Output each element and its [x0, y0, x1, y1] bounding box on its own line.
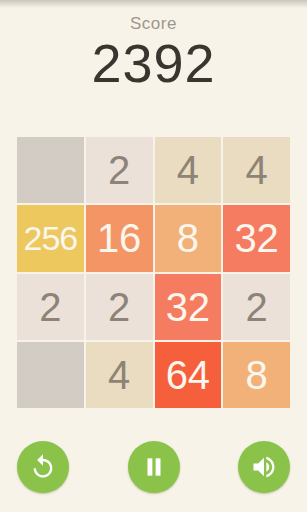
- sound-button[interactable]: [238, 441, 290, 493]
- score-label: Score: [0, 14, 307, 34]
- score-value: 2392: [0, 36, 307, 90]
- tile-4-r1c4: 4: [223, 137, 290, 203]
- volume-on-icon: [250, 453, 278, 481]
- tile-4-r1c3: 4: [155, 137, 222, 203]
- pause-icon: [141, 454, 167, 480]
- tile-8-r2c3: 8: [155, 205, 222, 271]
- restart-icon: [29, 453, 57, 481]
- score-header: Score 2392: [0, 0, 307, 90]
- tile-32-r2c4: 32: [223, 205, 290, 271]
- tile-2-r3c1: 2: [17, 274, 84, 340]
- tile-32-r3c3: 32: [155, 274, 222, 340]
- tile-2-r3c2: 2: [86, 274, 153, 340]
- tile-4-r4c2: 4: [86, 342, 153, 408]
- tile-256-r2c1: 256: [17, 205, 84, 271]
- tile-2-r1c2: 2: [86, 137, 153, 203]
- restart-button[interactable]: [17, 441, 69, 493]
- empty-cell-r1c1: [17, 137, 84, 203]
- tile-2-r3c4: 2: [223, 274, 290, 340]
- pause-button[interactable]: [128, 441, 180, 493]
- empty-cell-r4c1: [17, 342, 84, 408]
- tile-16-r2c2: 16: [86, 205, 153, 271]
- control-bar: [0, 441, 307, 493]
- tile-8-r4c4: 8: [223, 342, 290, 408]
- game-board[interactable]: 24425616832223224648: [17, 137, 290, 408]
- tile-64-r4c3: 64: [155, 342, 222, 408]
